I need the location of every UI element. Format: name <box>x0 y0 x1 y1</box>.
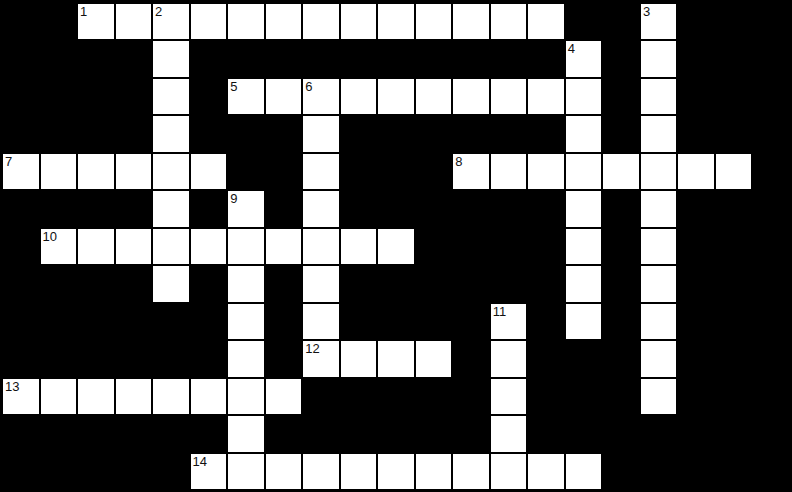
block-r9c18 <box>677 340 715 377</box>
cell-r6c15[interactable] <box>565 228 603 265</box>
block-r12c20 <box>752 453 790 490</box>
block-r1c12 <box>452 40 490 77</box>
cell-r6c17[interactable] <box>640 228 678 265</box>
block-r2c20 <box>752 78 790 115</box>
block-r9c2 <box>77 340 115 377</box>
cell-r9c10[interactable] <box>377 340 415 377</box>
cell-r10c4[interactable] <box>152 378 190 415</box>
block-r2c1 <box>40 78 78 115</box>
cell-r10c17[interactable] <box>640 378 678 415</box>
cell-r3c4[interactable] <box>152 115 190 152</box>
block-r6c14 <box>527 228 565 265</box>
block-r8c20 <box>752 303 790 340</box>
block-r7c2 <box>77 265 115 302</box>
block-r1c8 <box>302 40 340 77</box>
block-r12c1 <box>40 453 78 490</box>
block-r9c3 <box>115 340 153 377</box>
clue-number-12: 12 <box>305 341 319 356</box>
block-r8c7 <box>265 303 303 340</box>
cell-r10c5[interactable] <box>190 378 228 415</box>
block-r3c6 <box>227 115 265 152</box>
cell-r1c17[interactable] <box>640 40 678 77</box>
cell-r2c7[interactable] <box>265 78 303 115</box>
cell-r7c4[interactable] <box>152 265 190 302</box>
block-r10c9 <box>340 378 378 415</box>
block-r8c14 <box>527 303 565 340</box>
block-r8c12 <box>452 303 490 340</box>
block-r2c16 <box>602 78 640 115</box>
block-r7c10 <box>377 265 415 302</box>
cell-r0c2[interactable]: 1 <box>77 3 115 40</box>
cell-r9c9[interactable] <box>340 340 378 377</box>
block-r8c1 <box>40 303 78 340</box>
cell-r4c12[interactable]: 8 <box>452 153 490 190</box>
block-r9c5 <box>190 340 228 377</box>
clue-number-9: 9 <box>230 191 237 206</box>
block-r3c18 <box>677 115 715 152</box>
block-r8c16 <box>602 303 640 340</box>
block-r8c0 <box>2 303 40 340</box>
block-r7c5 <box>190 265 228 302</box>
cell-r10c13[interactable] <box>490 378 528 415</box>
block-r10c8 <box>302 378 340 415</box>
block-r9c20 <box>752 340 790 377</box>
cell-r0c17[interactable]: 3 <box>640 3 678 40</box>
block-r7c18 <box>677 265 715 302</box>
block-r4c9 <box>340 153 378 190</box>
block-r3c1 <box>40 115 78 152</box>
cell-r12c9[interactable] <box>340 453 378 490</box>
clue-number-6: 6 <box>305 79 312 94</box>
block-r11c3 <box>115 415 153 452</box>
block-r8c4 <box>152 303 190 340</box>
block-r12c16 <box>602 453 640 490</box>
block-r3c19 <box>715 115 753 152</box>
cell-r0c7[interactable] <box>265 3 303 40</box>
cell-r4c8[interactable] <box>302 153 340 190</box>
block-r1c1 <box>40 40 78 77</box>
block-r0c16 <box>602 3 640 40</box>
cell-r4c1[interactable] <box>40 153 78 190</box>
cell-r6c2[interactable] <box>77 228 115 265</box>
block-r2c2 <box>77 78 115 115</box>
block-r2c3 <box>115 78 153 115</box>
cell-r8c8[interactable] <box>302 303 340 340</box>
block-r1c13 <box>490 40 528 77</box>
block-r7c7 <box>265 265 303 302</box>
cell-r10c3[interactable] <box>115 378 153 415</box>
cell-r5c15[interactable] <box>565 190 603 227</box>
block-r5c20 <box>752 190 790 227</box>
block-r10c19 <box>715 378 753 415</box>
block-r7c1 <box>40 265 78 302</box>
block-r4c20 <box>752 153 790 190</box>
block-r0c18 <box>677 3 715 40</box>
cell-r9c6[interactable] <box>227 340 265 377</box>
block-r11c20 <box>752 415 790 452</box>
block-r11c10 <box>377 415 415 452</box>
block-r3c12 <box>452 115 490 152</box>
block-r10c10 <box>377 378 415 415</box>
block-r10c16 <box>602 378 640 415</box>
block-r11c9 <box>340 415 378 452</box>
block-r3c10 <box>377 115 415 152</box>
cell-r10c2[interactable] <box>77 378 115 415</box>
block-r8c19 <box>715 303 753 340</box>
cell-r4c15[interactable] <box>565 153 603 190</box>
block-r1c16 <box>602 40 640 77</box>
block-r5c10 <box>377 190 415 227</box>
block-r11c16 <box>602 415 640 452</box>
block-r7c11 <box>415 265 453 302</box>
block-r11c12 <box>452 415 490 452</box>
block-r7c0 <box>2 265 40 302</box>
block-r12c2 <box>77 453 115 490</box>
block-r3c7 <box>265 115 303 152</box>
cell-r10c7[interactable] <box>265 378 303 415</box>
cell-r8c17[interactable] <box>640 303 678 340</box>
block-r5c0 <box>2 190 40 227</box>
cell-r12c15[interactable] <box>565 453 603 490</box>
block-r6c19 <box>715 228 753 265</box>
block-r6c11 <box>415 228 453 265</box>
cell-r2c12[interactable] <box>452 78 490 115</box>
cell-r2c4[interactable] <box>152 78 190 115</box>
block-r1c9 <box>340 40 378 77</box>
block-r5c2 <box>77 190 115 227</box>
block-r6c0 <box>2 228 40 265</box>
block-r10c12 <box>452 378 490 415</box>
block-r8c2 <box>77 303 115 340</box>
block-r10c11 <box>415 378 453 415</box>
block-r10c15 <box>565 378 603 415</box>
block-r11c8 <box>302 415 340 452</box>
block-r11c17 <box>640 415 678 452</box>
cell-r12c12[interactable] <box>452 453 490 490</box>
clue-number-8: 8 <box>455 154 462 169</box>
block-r12c4 <box>152 453 190 490</box>
cell-r4c17[interactable] <box>640 153 678 190</box>
cell-r5c17[interactable] <box>640 190 678 227</box>
block-r10c20 <box>752 378 790 415</box>
clue-number-2: 2 <box>155 4 162 19</box>
cell-r6c10[interactable] <box>377 228 415 265</box>
cell-r12c13[interactable] <box>490 453 528 490</box>
block-r11c5 <box>190 415 228 452</box>
cell-r3c8[interactable] <box>302 115 340 152</box>
block-r7c19 <box>715 265 753 302</box>
cell-r6c3[interactable] <box>115 228 153 265</box>
cell-r4c14[interactable] <box>527 153 565 190</box>
cell-r12c14[interactable] <box>527 453 565 490</box>
block-r5c14 <box>527 190 565 227</box>
block-r11c0 <box>2 415 40 452</box>
block-r1c3 <box>115 40 153 77</box>
block-r5c7 <box>265 190 303 227</box>
block-r9c7 <box>265 340 303 377</box>
block-r11c2 <box>77 415 115 452</box>
cell-r11c13[interactable] <box>490 415 528 452</box>
cell-r2c10[interactable] <box>377 78 415 115</box>
block-r11c1 <box>40 415 78 452</box>
block-r6c12 <box>452 228 490 265</box>
block-r1c6 <box>227 40 265 77</box>
cell-r8c13[interactable]: 11 <box>490 303 528 340</box>
block-r1c2 <box>77 40 115 77</box>
block-r12c0 <box>2 453 40 490</box>
cell-r0c14[interactable] <box>527 3 565 40</box>
cell-r4c0[interactable]: 7 <box>2 153 40 190</box>
block-r5c19 <box>715 190 753 227</box>
clue-number-14: 14 <box>193 454 207 469</box>
block-r3c3 <box>115 115 153 152</box>
cell-r4c5[interactable] <box>190 153 228 190</box>
block-r7c14 <box>527 265 565 302</box>
cell-r6c6[interactable] <box>227 228 265 265</box>
block-r9c16 <box>602 340 640 377</box>
block-r7c16 <box>602 265 640 302</box>
clue-number-11: 11 <box>493 304 507 319</box>
cell-r5c8[interactable] <box>302 190 340 227</box>
block-r1c7 <box>265 40 303 77</box>
cell-r0c3[interactable] <box>115 3 153 40</box>
cell-r10c6[interactable] <box>227 378 265 415</box>
cell-r7c8[interactable] <box>302 265 340 302</box>
block-r10c18 <box>677 378 715 415</box>
block-r1c10 <box>377 40 415 77</box>
block-r0c0 <box>2 3 40 40</box>
block-r1c0 <box>2 40 40 77</box>
block-r5c13 <box>490 190 528 227</box>
cell-r6c7[interactable] <box>265 228 303 265</box>
block-r2c0 <box>2 78 40 115</box>
block-r1c11 <box>415 40 453 77</box>
clue-number-1: 1 <box>80 4 87 19</box>
block-r11c4 <box>152 415 190 452</box>
cell-r5c6[interactable]: 9 <box>227 190 265 227</box>
block-r0c1 <box>40 3 78 40</box>
block-r8c10 <box>377 303 415 340</box>
cell-r9c13[interactable] <box>490 340 528 377</box>
block-r11c7 <box>265 415 303 452</box>
block-r12c18 <box>677 453 715 490</box>
cell-r12c10[interactable] <box>377 453 415 490</box>
block-r10c14 <box>527 378 565 415</box>
cell-r2c14[interactable] <box>527 78 565 115</box>
cell-r0c9[interactable] <box>340 3 378 40</box>
block-r9c4 <box>152 340 190 377</box>
cell-r2c11[interactable] <box>415 78 453 115</box>
block-r12c3 <box>115 453 153 490</box>
block-r12c19 <box>715 453 753 490</box>
cell-r12c11[interactable] <box>415 453 453 490</box>
block-r1c18 <box>677 40 715 77</box>
cell-r0c11[interactable] <box>415 3 453 40</box>
cell-r10c1[interactable] <box>40 378 78 415</box>
block-r1c19 <box>715 40 753 77</box>
cell-r10c0[interactable]: 13 <box>2 378 40 415</box>
cell-r4c13[interactable] <box>490 153 528 190</box>
block-r6c13 <box>490 228 528 265</box>
block-r5c12 <box>452 190 490 227</box>
clue-number-5: 5 <box>230 79 237 94</box>
block-r3c16 <box>602 115 640 152</box>
cell-r0c8[interactable] <box>302 3 340 40</box>
cell-r9c17[interactable] <box>640 340 678 377</box>
cell-r2c15[interactable] <box>565 78 603 115</box>
cell-r12c5[interactable]: 14 <box>190 453 228 490</box>
cell-r0c10[interactable] <box>377 3 415 40</box>
clue-number-3: 3 <box>643 4 650 19</box>
clue-number-7: 7 <box>5 154 12 169</box>
block-r5c18 <box>677 190 715 227</box>
block-r12c17 <box>640 453 678 490</box>
cell-r3c17[interactable] <box>640 115 678 152</box>
block-r7c13 <box>490 265 528 302</box>
block-r8c11 <box>415 303 453 340</box>
cell-r2c8[interactable]: 6 <box>302 78 340 115</box>
cell-r4c4[interactable] <box>152 153 190 190</box>
block-r11c14 <box>527 415 565 452</box>
block-r5c11 <box>415 190 453 227</box>
clue-number-10: 10 <box>43 229 57 244</box>
block-r8c3 <box>115 303 153 340</box>
cell-r1c4[interactable] <box>152 40 190 77</box>
block-r6c16 <box>602 228 640 265</box>
cell-r7c17[interactable] <box>640 265 678 302</box>
cell-r12c8[interactable] <box>302 453 340 490</box>
cell-r2c9[interactable] <box>340 78 378 115</box>
block-r11c15 <box>565 415 603 452</box>
block-r1c20 <box>752 40 790 77</box>
block-r2c19 <box>715 78 753 115</box>
block-r5c5 <box>190 190 228 227</box>
block-r0c20 <box>752 3 790 40</box>
block-r6c18 <box>677 228 715 265</box>
cell-r12c7[interactable] <box>265 453 303 490</box>
block-r5c3 <box>115 190 153 227</box>
cell-r6c1[interactable]: 10 <box>40 228 78 265</box>
block-r6c20 <box>752 228 790 265</box>
cell-r9c8[interactable]: 12 <box>302 340 340 377</box>
block-r9c15 <box>565 340 603 377</box>
cell-r5c4[interactable] <box>152 190 190 227</box>
block-r5c16 <box>602 190 640 227</box>
cell-r6c9[interactable] <box>340 228 378 265</box>
block-r2c18 <box>677 78 715 115</box>
block-r11c18 <box>677 415 715 452</box>
block-r5c9 <box>340 190 378 227</box>
cell-r0c5[interactable] <box>190 3 228 40</box>
block-r3c9 <box>340 115 378 152</box>
cell-r8c15[interactable] <box>565 303 603 340</box>
block-r0c19 <box>715 3 753 40</box>
block-r9c12 <box>452 340 490 377</box>
block-r8c5 <box>190 303 228 340</box>
block-r11c11 <box>415 415 453 452</box>
cell-r0c6[interactable] <box>227 3 265 40</box>
cell-r0c12[interactable] <box>452 3 490 40</box>
cell-r1c15[interactable]: 4 <box>565 40 603 77</box>
block-r1c5 <box>190 40 228 77</box>
cell-r4c19[interactable] <box>715 153 753 190</box>
block-r5c1 <box>40 190 78 227</box>
cell-r0c13[interactable] <box>490 3 528 40</box>
block-r4c6 <box>227 153 265 190</box>
clue-number-13: 13 <box>5 379 19 394</box>
cell-r12c6[interactable] <box>227 453 265 490</box>
cell-r4c2[interactable] <box>77 153 115 190</box>
cell-r4c3[interactable] <box>115 153 153 190</box>
block-r3c5 <box>190 115 228 152</box>
block-r9c1 <box>40 340 78 377</box>
block-r0c15 <box>565 3 603 40</box>
block-r9c14 <box>527 340 565 377</box>
crossword-grid: 1234567891011121314 <box>0 0 792 492</box>
cell-r7c15[interactable] <box>565 265 603 302</box>
block-r3c2 <box>77 115 115 152</box>
block-r1c14 <box>527 40 565 77</box>
block-r8c9 <box>340 303 378 340</box>
block-r7c12 <box>452 265 490 302</box>
cell-r3c15[interactable] <box>565 115 603 152</box>
block-r7c3 <box>115 265 153 302</box>
block-r4c10 <box>377 153 415 190</box>
block-r3c20 <box>752 115 790 152</box>
cell-r0c4[interactable]: 2 <box>152 3 190 40</box>
block-r3c14 <box>527 115 565 152</box>
clue-number-4: 4 <box>568 41 575 56</box>
block-r9c19 <box>715 340 753 377</box>
block-r3c13 <box>490 115 528 152</box>
cell-r6c4[interactable] <box>152 228 190 265</box>
block-r7c9 <box>340 265 378 302</box>
cell-r9c11[interactable] <box>415 340 453 377</box>
block-r9c0 <box>2 340 40 377</box>
block-r8c18 <box>677 303 715 340</box>
cell-r4c18[interactable] <box>677 153 715 190</box>
cell-r2c17[interactable] <box>640 78 678 115</box>
block-r3c0 <box>2 115 40 152</box>
cell-r6c8[interactable] <box>302 228 340 265</box>
block-r4c7 <box>265 153 303 190</box>
cell-r11c6[interactable] <box>227 415 265 452</box>
cell-r8c6[interactable] <box>227 303 265 340</box>
cell-r4c16[interactable] <box>602 153 640 190</box>
cell-r6c5[interactable] <box>190 228 228 265</box>
cell-r2c13[interactable] <box>490 78 528 115</box>
cell-r7c6[interactable] <box>227 265 265 302</box>
cell-r2c6[interactable]: 5 <box>227 78 265 115</box>
block-r11c19 <box>715 415 753 452</box>
block-r7c20 <box>752 265 790 302</box>
block-r2c5 <box>190 78 228 115</box>
block-r3c11 <box>415 115 453 152</box>
block-r4c11 <box>415 153 453 190</box>
